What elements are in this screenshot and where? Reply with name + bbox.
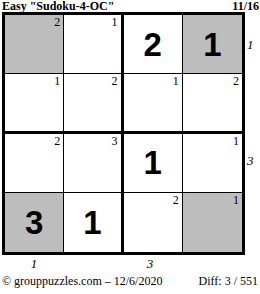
cell-r3c4[interactable]: 1 xyxy=(183,134,242,193)
cell-r2c2[interactable]: 2 xyxy=(64,74,123,133)
cell-r2c4[interactable]: 2 xyxy=(183,74,242,133)
corner-clue: 3 xyxy=(112,134,118,148)
corner-clue: 1 xyxy=(233,193,239,207)
cell-r1c1[interactable]: 2 xyxy=(5,15,64,74)
cell-r3c2[interactable]: 3 xyxy=(64,134,123,193)
given-digit: 1 xyxy=(83,206,101,239)
col-label-1: 1 xyxy=(28,256,40,272)
cell-r4c2[interactable]: 1 xyxy=(64,193,123,252)
given-digit: 2 xyxy=(143,28,161,61)
footer: © grouppuzzles.com – 12/6/2020 Diff: 3 /… xyxy=(2,274,258,289)
given-digit: 1 xyxy=(143,146,161,179)
cell-r3c3[interactable]: 1 xyxy=(124,134,183,193)
cell-r2c1[interactable]: 1 xyxy=(5,74,64,133)
corner-clue: 2 xyxy=(173,193,179,207)
cell-r3c1[interactable]: 2 xyxy=(5,134,64,193)
corner-clue: 1 xyxy=(54,74,60,88)
given-digit: 3 xyxy=(25,206,43,239)
puzzle-page: Easy "Sudoku-4-OC" 11/16 2 1 2 1 1 2 1 xyxy=(0,0,260,294)
corner-clue: 1 xyxy=(233,134,239,148)
row-label-3: 3 xyxy=(247,153,259,169)
cell-r2c3[interactable]: 1 xyxy=(124,74,183,133)
corner-clue: 1 xyxy=(173,74,179,88)
corner-clue: 2 xyxy=(233,74,239,88)
corner-clue: 2 xyxy=(54,15,60,29)
cell-r1c2[interactable]: 1 xyxy=(64,15,123,74)
difficulty-text: Diff: 3 / 551 xyxy=(199,274,258,289)
cell-r1c4[interactable]: 1 xyxy=(183,15,242,74)
corner-clue: 2 xyxy=(54,134,60,148)
row-label-1: 1 xyxy=(247,37,259,53)
sudoku-board: 2 1 2 1 1 2 1 2 xyxy=(2,12,245,255)
col-label-3: 3 xyxy=(144,256,156,272)
cell-r4c4[interactable]: 1 xyxy=(183,193,242,252)
cell-r1c3[interactable]: 2 xyxy=(124,15,183,74)
corner-clue: 2 xyxy=(112,74,118,88)
given-digit: 1 xyxy=(203,28,221,61)
copyright-text: © grouppuzzles.com – 12/6/2020 xyxy=(2,274,162,289)
cell-r4c3[interactable]: 2 xyxy=(124,193,183,252)
corner-clue: 1 xyxy=(112,15,118,29)
cell-r4c1[interactable]: 3 xyxy=(5,193,64,252)
